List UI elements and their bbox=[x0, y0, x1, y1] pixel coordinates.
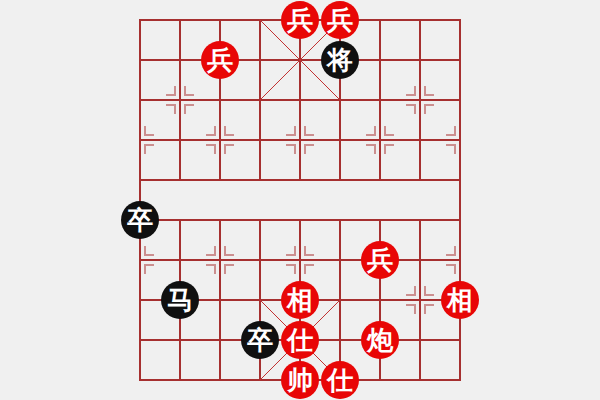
piece-black-general[interactable]: 将 bbox=[321, 41, 359, 79]
piece-red-elephant[interactable]: 相 bbox=[441, 281, 479, 319]
piece-red-general[interactable]: 帅 bbox=[281, 361, 319, 399]
pieces-layer[interactable]: 兵兵兵将卒兵马相相卒仕炮帅仕 bbox=[120, 0, 480, 400]
piece-black-soldier[interactable]: 卒 bbox=[241, 321, 279, 359]
piece-red-soldier[interactable]: 兵 bbox=[281, 1, 319, 39]
piece-red-advisor[interactable]: 仕 bbox=[321, 361, 359, 399]
piece-red-elephant[interactable]: 相 bbox=[281, 281, 319, 319]
piece-red-advisor[interactable]: 仕 bbox=[281, 321, 319, 359]
piece-red-soldier[interactable]: 兵 bbox=[321, 1, 359, 39]
piece-black-soldier[interactable]: 卒 bbox=[121, 201, 159, 239]
xiangqi-screenshot: 兵兵兵将卒兵马相相卒仕炮帅仕 bbox=[0, 0, 600, 400]
piece-black-horse[interactable]: 马 bbox=[161, 281, 199, 319]
piece-red-soldier[interactable]: 兵 bbox=[201, 41, 239, 79]
piece-red-cannon[interactable]: 炮 bbox=[361, 321, 399, 359]
piece-red-soldier[interactable]: 兵 bbox=[361, 241, 399, 279]
